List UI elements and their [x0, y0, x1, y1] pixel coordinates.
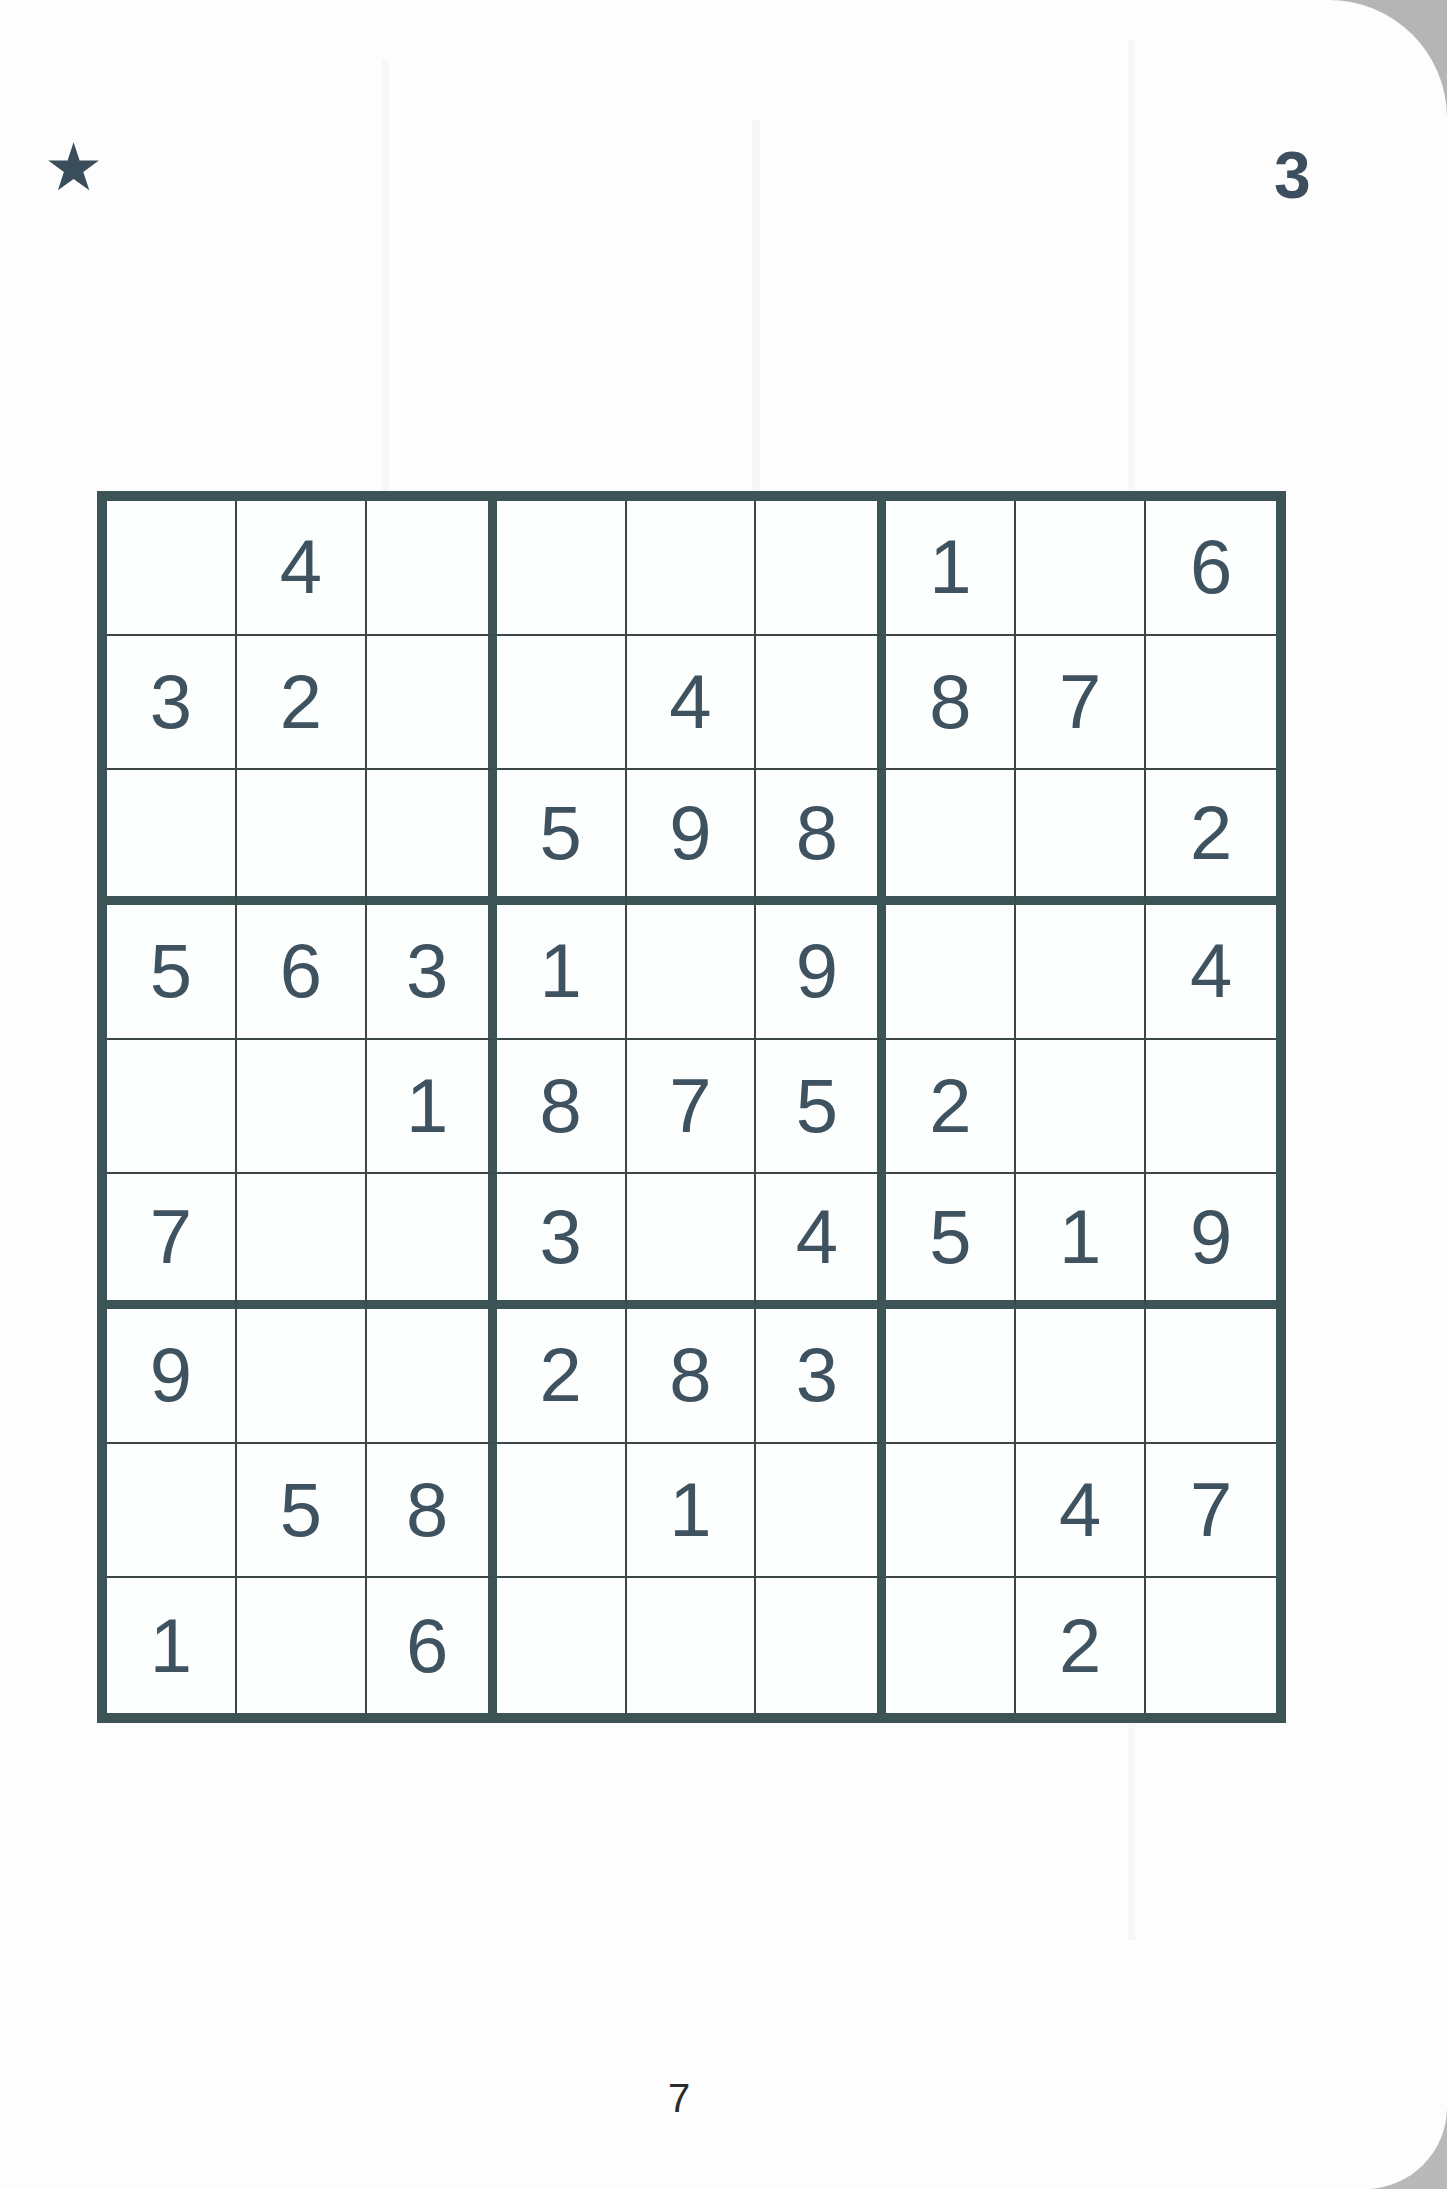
sudoku-grid: 4163248759825631941875273451992835814716…	[97, 491, 1286, 1723]
sudoku-cell-r2c8[interactable]: 7	[1016, 636, 1146, 771]
sudoku-cell-r5c7[interactable]: 2	[886, 1040, 1016, 1175]
sudoku-cell-r1c5[interactable]	[627, 501, 757, 636]
sudoku-cell-r8c3[interactable]: 8	[367, 1444, 497, 1579]
sudoku-cell-r5c5[interactable]: 7	[627, 1040, 757, 1175]
sudoku-cell-r4c9[interactable]: 4	[1146, 905, 1276, 1040]
sudoku-cell-r9c1[interactable]: 1	[107, 1578, 237, 1713]
sudoku-cell-r3c5[interactable]: 9	[627, 770, 757, 905]
sudoku-cell-r6c4[interactable]: 3	[497, 1174, 627, 1309]
sudoku-cell-r4c6[interactable]: 9	[756, 905, 886, 1040]
sudoku-cell-r7c8[interactable]	[1016, 1309, 1146, 1444]
sudoku-cell-r7c5[interactable]: 8	[627, 1309, 757, 1444]
sudoku-cell-r1c4[interactable]	[497, 501, 627, 636]
sudoku-cell-r1c6[interactable]	[756, 501, 886, 636]
sudoku-cell-r2c1[interactable]: 3	[107, 636, 237, 771]
sudoku-cell-r3c2[interactable]	[237, 770, 367, 905]
sudoku-cell-r8c7[interactable]	[886, 1444, 1016, 1579]
sudoku-cell-r1c1[interactable]	[107, 501, 237, 636]
sudoku-cell-r5c2[interactable]	[237, 1040, 367, 1175]
sudoku-cell-r1c7[interactable]: 1	[886, 501, 1016, 636]
page-corner-shadow-top-right	[1287, 0, 1447, 160]
sudoku-cell-r4c5[interactable]	[627, 905, 757, 1040]
sudoku-cell-r9c9[interactable]	[1146, 1578, 1276, 1713]
sudoku-cell-r5c4[interactable]: 8	[497, 1040, 627, 1175]
page-corner-shadow-bottom-right	[1337, 2079, 1447, 2189]
sudoku-cell-r8c1[interactable]	[107, 1444, 237, 1579]
sudoku-cell-r9c4[interactable]	[497, 1578, 627, 1713]
sudoku-cell-r9c5[interactable]	[627, 1578, 757, 1713]
sudoku-cell-r8c4[interactable]	[497, 1444, 627, 1579]
sudoku-cell-r4c1[interactable]: 5	[107, 905, 237, 1040]
sudoku-cell-r6c6[interactable]: 4	[756, 1174, 886, 1309]
difficulty-star-icon: ★	[44, 134, 103, 200]
sudoku-cell-r1c8[interactable]	[1016, 501, 1146, 636]
sudoku-cell-r2c7[interactable]: 8	[886, 636, 1016, 771]
sudoku-cell-r6c5[interactable]	[627, 1174, 757, 1309]
sudoku-cell-r5c1[interactable]	[107, 1040, 237, 1175]
sudoku-cell-r8c8[interactable]: 4	[1016, 1444, 1146, 1579]
sudoku-cell-r2c9[interactable]	[1146, 636, 1276, 771]
sudoku-cell-r2c5[interactable]: 4	[627, 636, 757, 771]
sudoku-cell-r5c6[interactable]: 5	[756, 1040, 886, 1175]
sudoku-cell-r7c9[interactable]	[1146, 1309, 1276, 1444]
sudoku-cell-r3c3[interactable]	[367, 770, 497, 905]
sudoku-cell-r2c6[interactable]	[756, 636, 886, 771]
sudoku-cell-r4c8[interactable]	[1016, 905, 1146, 1040]
sudoku-cell-r9c2[interactable]	[237, 1578, 367, 1713]
sudoku-cell-r2c3[interactable]	[367, 636, 497, 771]
sudoku-cell-r7c1[interactable]: 9	[107, 1309, 237, 1444]
sudoku-cell-r9c8[interactable]: 2	[1016, 1578, 1146, 1713]
sudoku-cell-r4c7[interactable]	[886, 905, 1016, 1040]
sudoku-cell-r3c7[interactable]	[886, 770, 1016, 905]
sudoku-cell-r6c3[interactable]	[367, 1174, 497, 1309]
sudoku-cell-r4c2[interactable]: 6	[237, 905, 367, 1040]
sudoku-cell-r2c4[interactable]	[497, 636, 627, 771]
sudoku-cell-r8c6[interactable]	[756, 1444, 886, 1579]
sudoku-cell-r1c3[interactable]	[367, 501, 497, 636]
sudoku-cell-r6c1[interactable]: 7	[107, 1174, 237, 1309]
sudoku-cell-r9c6[interactable]	[756, 1578, 886, 1713]
sudoku-cell-r3c6[interactable]: 8	[756, 770, 886, 905]
sudoku-cell-r6c8[interactable]: 1	[1016, 1174, 1146, 1309]
sudoku-cell-r3c1[interactable]	[107, 770, 237, 905]
sudoku-cell-r9c7[interactable]	[886, 1578, 1016, 1713]
sudoku-cell-r8c9[interactable]: 7	[1146, 1444, 1276, 1579]
page-number: 7	[668, 2078, 690, 2118]
sudoku-cell-r2c2[interactable]: 2	[237, 636, 367, 771]
sudoku-cell-r3c8[interactable]	[1016, 770, 1146, 905]
sudoku-cell-r4c4[interactable]: 1	[497, 905, 627, 1040]
sudoku-cell-r7c4[interactable]: 2	[497, 1309, 627, 1444]
sudoku-cell-r5c3[interactable]: 1	[367, 1040, 497, 1175]
sudoku-cell-r6c2[interactable]	[237, 1174, 367, 1309]
sudoku-cell-r8c5[interactable]: 1	[627, 1444, 757, 1579]
puzzle-number: 3	[1274, 142, 1311, 208]
sudoku-cell-r1c9[interactable]: 6	[1146, 501, 1276, 636]
sudoku-cell-r9c3[interactable]: 6	[367, 1578, 497, 1713]
sudoku-cell-r7c2[interactable]	[237, 1309, 367, 1444]
sudoku-cell-r6c9[interactable]: 9	[1146, 1174, 1276, 1309]
sudoku-cell-r3c9[interactable]: 2	[1146, 770, 1276, 905]
sudoku-cell-r5c8[interactable]	[1016, 1040, 1146, 1175]
sudoku-cell-r6c7[interactable]: 5	[886, 1174, 1016, 1309]
sudoku-cell-r1c2[interactable]: 4	[237, 501, 367, 636]
sudoku-cell-r7c3[interactable]	[367, 1309, 497, 1444]
sudoku-cell-r7c7[interactable]	[886, 1309, 1016, 1444]
sudoku-cell-r8c2[interactable]: 5	[237, 1444, 367, 1579]
sudoku-cell-r3c4[interactable]: 5	[497, 770, 627, 905]
sudoku-cell-r7c6[interactable]: 3	[756, 1309, 886, 1444]
sudoku-cell-r4c3[interactable]: 3	[367, 905, 497, 1040]
sudoku-cell-r5c9[interactable]	[1146, 1040, 1276, 1175]
